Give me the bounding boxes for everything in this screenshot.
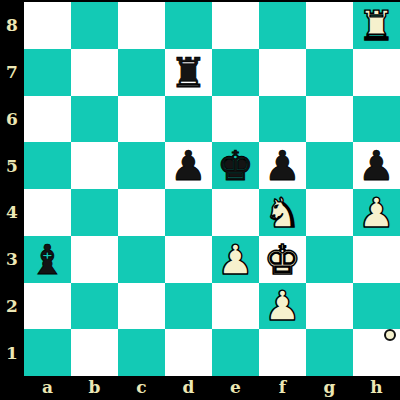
square-b3[interactable] [71,236,118,283]
square-d5[interactable]: ♟ [165,142,212,189]
square-g5[interactable] [306,142,353,189]
square-e6[interactable] [212,96,259,143]
square-b7[interactable] [71,49,118,96]
white-pawn[interactable]: ♟ [358,193,395,234]
black-pawn[interactable]: ♟ [358,146,395,187]
square-f7[interactable] [259,49,306,96]
square-e1[interactable] [212,329,259,376]
square-b6[interactable] [71,96,118,143]
chessboard-frame: 87654321 ♜♜♟♚♟♟♞♟♝♟♚♟ abcdefgh [0,0,400,400]
square-c7[interactable] [118,49,165,96]
white-rook[interactable]: ♜ [358,6,395,47]
square-a5[interactable] [24,142,71,189]
square-g4[interactable] [306,189,353,236]
square-h4[interactable]: ♟ [353,189,400,236]
rank-label-6: 6 [0,96,24,143]
square-d1[interactable] [165,329,212,376]
black-pawn[interactable]: ♟ [170,146,207,187]
square-h3[interactable] [353,236,400,283]
rank-labels: 87654321 [0,2,24,376]
rank-label-2: 2 [0,283,24,330]
square-a2[interactable] [24,283,71,330]
square-d3[interactable] [165,236,212,283]
square-e2[interactable] [212,283,259,330]
square-f3[interactable]: ♚ [259,236,306,283]
square-g1[interactable] [306,329,353,376]
square-d4[interactable] [165,189,212,236]
file-labels: abcdefgh [24,376,400,400]
white-pawn[interactable]: ♟ [264,286,301,327]
square-h2[interactable] [353,283,400,330]
square-h8[interactable]: ♜ [353,2,400,49]
square-b4[interactable] [71,189,118,236]
square-d2[interactable] [165,283,212,330]
square-f2[interactable]: ♟ [259,283,306,330]
rank-label-7: 7 [0,49,24,96]
rank-label-8: 8 [0,2,24,49]
square-h5[interactable]: ♟ [353,142,400,189]
file-label-g: g [306,376,353,400]
file-label-e: e [212,376,259,400]
black-rook[interactable]: ♜ [170,53,207,94]
square-g8[interactable] [306,2,353,49]
square-h6[interactable] [353,96,400,143]
white-king[interactable]: ♚ [264,240,301,281]
square-g7[interactable] [306,49,353,96]
square-f1[interactable] [259,329,306,376]
black-pawn[interactable]: ♟ [264,146,301,187]
square-e3[interactable]: ♟ [212,236,259,283]
square-c1[interactable] [118,329,165,376]
file-label-c: c [118,376,165,400]
square-e5[interactable]: ♚ [212,142,259,189]
square-d7[interactable]: ♜ [165,49,212,96]
square-e8[interactable] [212,2,259,49]
square-c6[interactable] [118,96,165,143]
rank-label-4: 4 [0,189,24,236]
square-c8[interactable] [118,2,165,49]
square-c4[interactable] [118,189,165,236]
file-label-b: b [71,376,118,400]
file-label-d: d [165,376,212,400]
square-c2[interactable] [118,283,165,330]
file-label-h: h [353,376,400,400]
square-c5[interactable] [118,142,165,189]
white-knight[interactable]: ♞ [264,193,301,234]
square-f4[interactable]: ♞ [259,189,306,236]
square-a8[interactable] [24,2,71,49]
square-d6[interactable] [165,96,212,143]
square-f8[interactable] [259,2,306,49]
black-bishop[interactable]: ♝ [29,240,66,281]
white-to-move-indicator [384,329,396,341]
rank-label-5: 5 [0,142,24,189]
square-a7[interactable] [24,49,71,96]
square-f6[interactable] [259,96,306,143]
square-a4[interactable] [24,189,71,236]
rank-label-1: 1 [0,329,24,376]
square-d8[interactable] [165,2,212,49]
square-e7[interactable] [212,49,259,96]
file-label-f: f [259,376,306,400]
square-b8[interactable] [71,2,118,49]
square-e4[interactable] [212,189,259,236]
square-g2[interactable] [306,283,353,330]
black-king[interactable]: ♚ [217,146,254,187]
square-b2[interactable] [71,283,118,330]
square-a6[interactable] [24,96,71,143]
square-a3[interactable]: ♝ [24,236,71,283]
square-h7[interactable] [353,49,400,96]
square-b5[interactable] [71,142,118,189]
square-f5[interactable]: ♟ [259,142,306,189]
square-c3[interactable] [118,236,165,283]
white-pawn[interactable]: ♟ [217,240,254,281]
square-b1[interactable] [71,329,118,376]
file-label-a: a [24,376,71,400]
chess-board: ♜♜♟♚♟♟♞♟♝♟♚♟ [24,2,400,376]
square-g3[interactable] [306,236,353,283]
rank-label-3: 3 [0,236,24,283]
square-a1[interactable] [24,329,71,376]
square-g6[interactable] [306,96,353,143]
